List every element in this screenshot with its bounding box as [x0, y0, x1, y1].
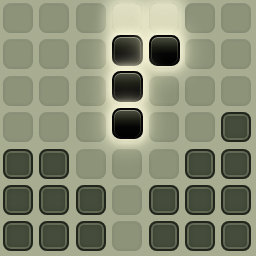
placed-block: [76, 185, 106, 215]
board-cell-r6c4[interactable]: [112, 185, 142, 215]
piece-block-3[interactable]: [112, 71, 143, 102]
board-cell-r4c7[interactable]: [221, 112, 251, 142]
board-cell-r1c4[interactable]: [112, 3, 142, 33]
placed-block: [76, 221, 106, 251]
board-cell-r2c7[interactable]: [221, 39, 251, 69]
board-cell-r1c3[interactable]: [76, 3, 106, 33]
board-cell-r7c1[interactable]: [3, 221, 33, 251]
placed-block: [221, 221, 251, 251]
placed-block: [221, 149, 251, 179]
board-cell-r7c5[interactable]: [149, 221, 179, 251]
placed-block: [3, 149, 33, 179]
placed-block: [221, 185, 251, 215]
board-cell-r6c7[interactable]: [221, 185, 251, 215]
board-cell-r2c1[interactable]: [3, 39, 33, 69]
board-cell-r7c4[interactable]: [112, 221, 142, 251]
board-cell-r4c5[interactable]: [149, 112, 179, 142]
board-cell-r7c6[interactable]: [185, 221, 215, 251]
board-cell-r6c6[interactable]: [185, 185, 215, 215]
board-cell-r1c6[interactable]: [185, 3, 215, 33]
board-cell-r4c1[interactable]: [3, 112, 33, 142]
board-cell-r1c2[interactable]: [39, 3, 69, 33]
board-cell-r2c3[interactable]: [76, 39, 106, 69]
board-cell-r6c1[interactable]: [3, 185, 33, 215]
board-cell-r5c7[interactable]: [221, 149, 251, 179]
piece-block-1[interactable]: [112, 35, 143, 66]
piece-block-2[interactable]: [149, 35, 180, 66]
piece-block-4[interactable]: [112, 108, 143, 139]
placed-block: [185, 149, 215, 179]
board-cell-r1c5[interactable]: [149, 3, 179, 33]
board-cell-r3c5[interactable]: [149, 76, 179, 106]
board-cell-r5c2[interactable]: [39, 149, 69, 179]
board-cell-r4c2[interactable]: [39, 112, 69, 142]
board-cell-r4c6[interactable]: [185, 112, 215, 142]
board-cell-r3c1[interactable]: [3, 76, 33, 106]
board-cell-r7c2[interactable]: [39, 221, 69, 251]
board-cell-r5c5[interactable]: [149, 149, 179, 179]
board-cell-r3c3[interactable]: [76, 76, 106, 106]
placed-block: [39, 185, 69, 215]
board-cell-r5c3[interactable]: [76, 149, 106, 179]
game-stage: [0, 0, 256, 256]
placed-block: [185, 221, 215, 251]
placed-block: [39, 149, 69, 179]
board-cell-r3c2[interactable]: [39, 76, 69, 106]
board-cell-r6c2[interactable]: [39, 185, 69, 215]
board-cell-r7c7[interactable]: [221, 221, 251, 251]
board-cell-r6c3[interactable]: [76, 185, 106, 215]
board-cell-r5c4[interactable]: [112, 149, 142, 179]
board-cell-r7c3[interactable]: [76, 221, 106, 251]
board-cell-r2c2[interactable]: [39, 39, 69, 69]
board-cell-r5c1[interactable]: [3, 149, 33, 179]
placed-block: [149, 221, 179, 251]
board-cell-r5c6[interactable]: [185, 149, 215, 179]
board-cell-r4c3[interactable]: [76, 112, 106, 142]
board-cell-r1c1[interactable]: [3, 3, 33, 33]
placed-block: [221, 112, 251, 142]
placed-block: [3, 221, 33, 251]
placed-block: [3, 185, 33, 215]
placed-block: [39, 221, 69, 251]
board-cell-r6c5[interactable]: [149, 185, 179, 215]
placed-block: [149, 185, 179, 215]
board-cell-r3c7[interactable]: [221, 76, 251, 106]
placed-block: [185, 185, 215, 215]
board-cell-r1c7[interactable]: [221, 3, 251, 33]
board-cell-r2c6[interactable]: [185, 39, 215, 69]
board-cell-r3c6[interactable]: [185, 76, 215, 106]
